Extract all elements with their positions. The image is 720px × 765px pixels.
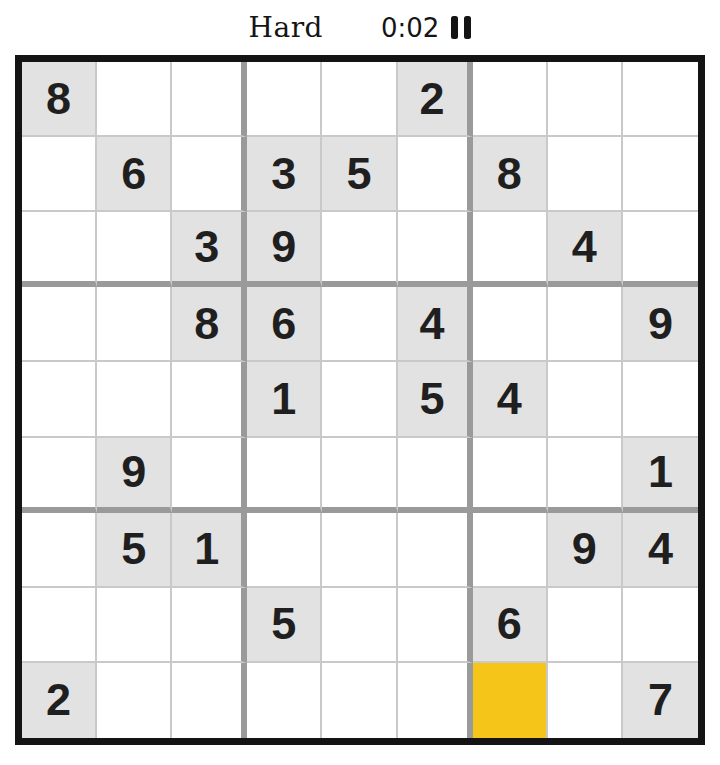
cell-r4c7[interactable] [473,287,548,362]
cell-r7c5[interactable] [322,513,397,588]
cell-r4c5[interactable] [322,287,397,362]
cell-r7c1[interactable] [22,513,97,588]
cell-r3c1[interactable] [22,212,97,287]
cell-r4c6[interactable]: 4 [398,287,473,362]
cell-r7c6[interactable] [398,513,473,588]
cell-r4c1[interactable] [22,287,97,362]
cell-r1c8[interactable] [548,62,623,137]
cell-r4c3[interactable]: 8 [172,287,247,362]
cell-r6c3[interactable] [172,438,247,513]
cell-r6c1[interactable] [22,438,97,513]
cell-r2c9[interactable] [623,137,698,212]
cell-r9c2[interactable] [97,663,172,738]
cell-r6c9[interactable]: 1 [623,438,698,513]
cell-r2c8[interactable] [548,137,623,212]
cell-r5c9[interactable] [623,362,698,437]
cell-r1c5[interactable] [322,62,397,137]
cell-r7c3[interactable]: 1 [172,513,247,588]
timer-group: 0:02 [381,13,471,43]
difficulty-label: Hard [249,11,323,44]
cell-r8c1[interactable] [22,588,97,663]
cell-r6c7[interactable] [473,438,548,513]
cell-r9c1[interactable]: 2 [22,663,97,738]
cell-r8c7[interactable]: 6 [473,588,548,663]
cell-r6c2[interactable]: 9 [97,438,172,513]
cell-r2c6[interactable] [398,137,473,212]
pause-icon [451,16,471,39]
cell-r1c1[interactable]: 8 [22,62,97,137]
cell-r3c5[interactable] [322,212,397,287]
cell-r3c8[interactable]: 4 [548,212,623,287]
cell-r5c2[interactable] [97,362,172,437]
cell-r5c7[interactable]: 4 [473,362,548,437]
cell-r6c4[interactable] [247,438,322,513]
cell-r8c3[interactable] [172,588,247,663]
cell-r3c4[interactable]: 9 [247,212,322,287]
cell-r7c8[interactable]: 9 [548,513,623,588]
cell-r1c4[interactable] [247,62,322,137]
cell-r2c7[interactable]: 8 [473,137,548,212]
cell-r5c6[interactable]: 5 [398,362,473,437]
cell-r2c1[interactable] [22,137,97,212]
cell-r4c8[interactable] [548,287,623,362]
cell-r5c8[interactable] [548,362,623,437]
cell-r2c4[interactable]: 3 [247,137,322,212]
cell-r3c3[interactable]: 3 [172,212,247,287]
cell-r8c6[interactable] [398,588,473,663]
cell-r1c6[interactable]: 2 [398,62,473,137]
cell-r1c2[interactable] [97,62,172,137]
game-header: Hard 0:02 [0,0,720,55]
cell-r9c6[interactable] [398,663,473,738]
pause-button[interactable] [451,16,471,39]
cell-r7c4[interactable] [247,513,322,588]
cell-r6c6[interactable] [398,438,473,513]
cell-r4c9[interactable]: 9 [623,287,698,362]
cell-r5c1[interactable] [22,362,97,437]
cell-r7c7[interactable] [473,513,548,588]
cell-r6c5[interactable] [322,438,397,513]
cell-r8c4[interactable]: 5 [247,588,322,663]
cell-r1c7[interactable] [473,62,548,137]
cell-r3c7[interactable] [473,212,548,287]
cell-r5c3[interactable] [172,362,247,437]
sudoku-app: Hard 0:02 82635839486491549151945627 [0,0,720,765]
cell-r3c2[interactable] [97,212,172,287]
cell-r5c5[interactable] [322,362,397,437]
cell-r4c2[interactable] [97,287,172,362]
cell-r5c4[interactable]: 1 [247,362,322,437]
cell-r7c9[interactable]: 4 [623,513,698,588]
cell-r9c5[interactable] [322,663,397,738]
cell-r1c9[interactable] [623,62,698,137]
cell-r3c6[interactable] [398,212,473,287]
sudoku-board: 82635839486491549151945627 [15,55,705,745]
cell-r4c4[interactable]: 6 [247,287,322,362]
cell-r9c8[interactable] [548,663,623,738]
cell-r9c4[interactable] [247,663,322,738]
cell-r8c8[interactable] [548,588,623,663]
cell-r9c9[interactable]: 7 [623,663,698,738]
cell-r9c7[interactable] [473,663,548,738]
cell-r8c2[interactable] [97,588,172,663]
cell-r2c3[interactable] [172,137,247,212]
cell-r8c5[interactable] [322,588,397,663]
cell-r1c3[interactable] [172,62,247,137]
cell-r2c2[interactable]: 6 [97,137,172,212]
cell-r8c9[interactable] [623,588,698,663]
cell-r2c5[interactable]: 5 [322,137,397,212]
cell-r7c2[interactable]: 5 [97,513,172,588]
cell-r9c3[interactable] [172,663,247,738]
timer: 0:02 [381,13,439,43]
cell-r6c8[interactable] [548,438,623,513]
cell-r3c9[interactable] [623,212,698,287]
